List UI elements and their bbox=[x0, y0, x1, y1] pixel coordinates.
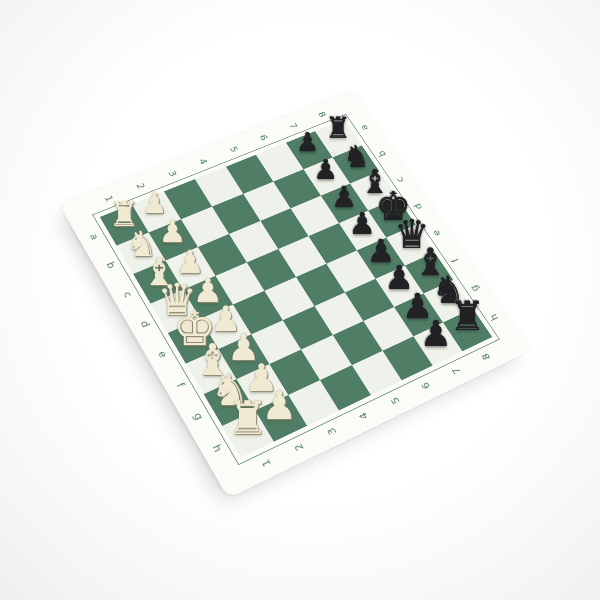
rank-label-2: 2 bbox=[292, 442, 305, 453]
rank-label-6: 6 bbox=[419, 381, 432, 391]
board-plane: abcdefgh abcdefgh 87654321 87654321 bbox=[59, 89, 533, 498]
file-label-e: e bbox=[431, 229, 443, 238]
file-label-b: b bbox=[376, 149, 388, 157]
file-label-h: h bbox=[211, 443, 224, 454]
file-label-e: e bbox=[157, 349, 170, 359]
rank-label-2: 2 bbox=[135, 182, 147, 191]
chess-photo-stage: abcdefgh abcdefgh 87654321 87654321 ♜♞♝♚… bbox=[0, 0, 600, 600]
file-label-d: d bbox=[139, 319, 152, 329]
rank-label-6: 6 bbox=[258, 133, 270, 141]
rank-label-5: 5 bbox=[228, 145, 240, 153]
rank-label-8: 8 bbox=[317, 110, 329, 118]
rank-label-1: 1 bbox=[103, 194, 115, 203]
file-label-a: a bbox=[359, 124, 370, 132]
rank-label-5: 5 bbox=[389, 396, 402, 406]
file-label-f: f bbox=[175, 381, 187, 389]
rank-label-7: 7 bbox=[288, 122, 300, 130]
rank-label-3: 3 bbox=[166, 169, 178, 178]
file-label-h: h bbox=[488, 312, 500, 321]
file-label-b: b bbox=[105, 260, 118, 269]
rank-label-8: 8 bbox=[480, 352, 492, 362]
file-label-g: g bbox=[193, 411, 206, 421]
file-label-g: g bbox=[469, 284, 481, 293]
file-label-c: c bbox=[394, 176, 405, 184]
rank-label-4: 4 bbox=[357, 411, 370, 421]
file-label-a: a bbox=[88, 232, 101, 241]
rank-label-4: 4 bbox=[197, 157, 209, 166]
rank-label-7: 7 bbox=[450, 366, 462, 376]
rank-label-1: 1 bbox=[259, 458, 272, 469]
file-label-d: d bbox=[412, 202, 424, 211]
file-label-c: c bbox=[122, 290, 134, 299]
file-label-f: f bbox=[450, 257, 460, 264]
rank-label-3: 3 bbox=[325, 426, 338, 436]
